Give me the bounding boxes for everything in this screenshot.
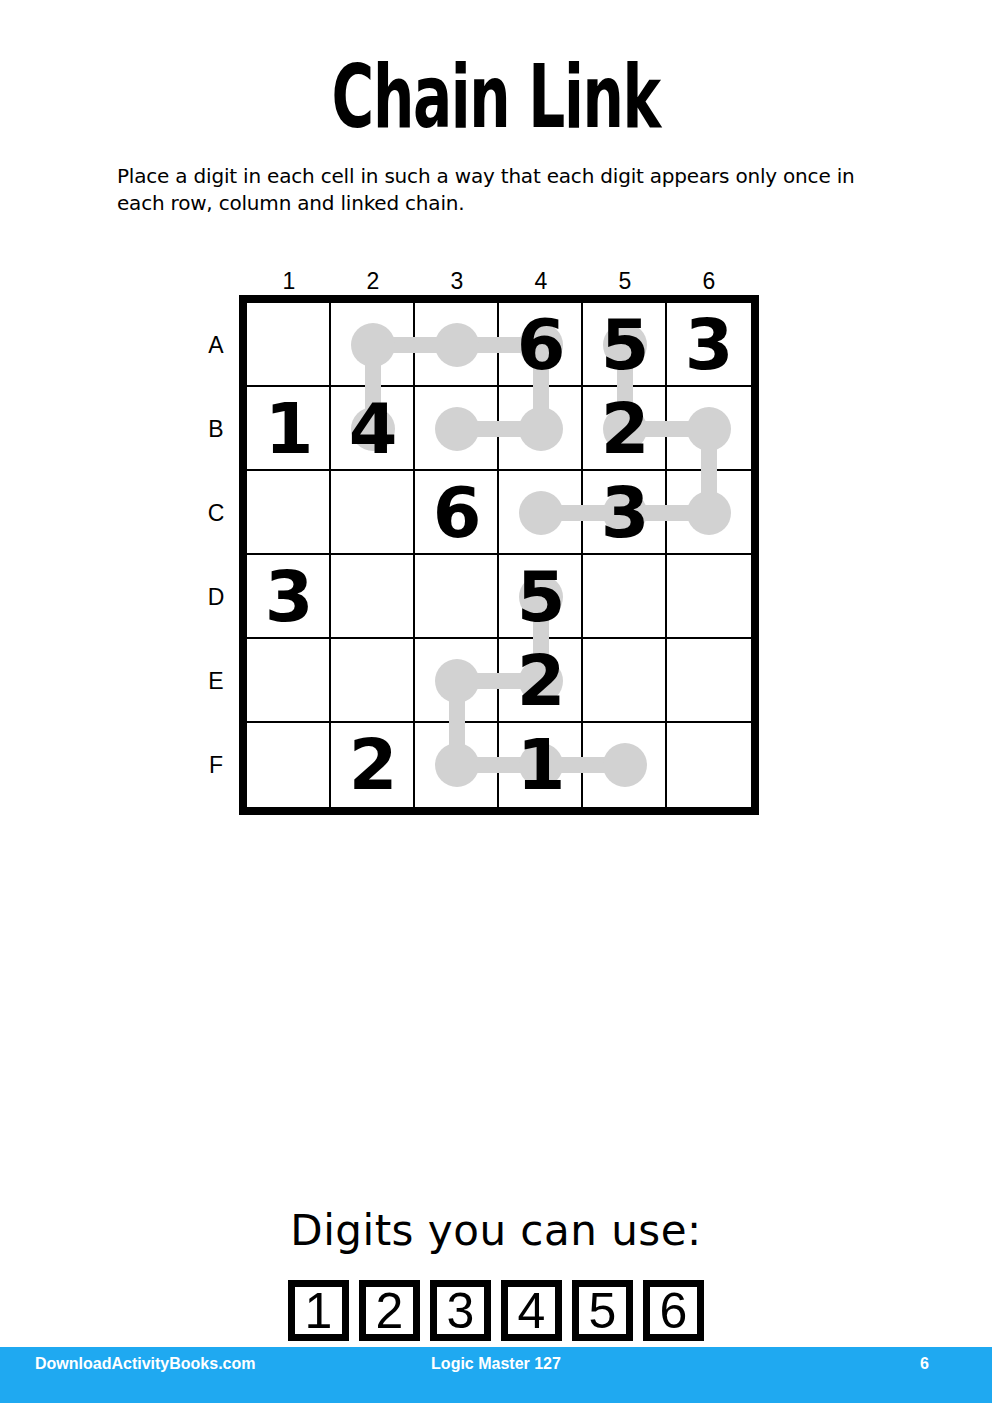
puzzle-page: Chain Link Place a digit in each cell in…	[0, 0, 992, 1403]
digit-box-5: 5	[572, 1280, 633, 1341]
chain-node-E4	[519, 659, 563, 703]
chain-node-B5	[603, 407, 647, 451]
col-label-2: 2	[348, 269, 398, 297]
footer-book-title: Logic Master 127	[0, 1355, 992, 1373]
chain-node-C6	[687, 491, 731, 535]
chain-node-B3	[435, 407, 479, 451]
chain-node-E3	[435, 659, 479, 703]
instructions-line-2: each row, column and linked chain.	[117, 190, 854, 217]
row-label-F: F	[199, 750, 233, 780]
footer-bar: DownloadActivityBooks.com Logic Master 1…	[0, 1347, 992, 1403]
col-label-3: 3	[432, 269, 482, 297]
row-label-D: D	[199, 582, 233, 612]
row-label-A: A	[199, 330, 233, 360]
chain-node-C5	[603, 491, 647, 535]
digit-box-2: 2	[359, 1280, 420, 1341]
chain-node-B6	[687, 407, 731, 451]
chain-node-A5	[603, 323, 647, 367]
digit-box-4: 4	[501, 1280, 562, 1341]
row-label-E: E	[199, 666, 233, 696]
digits-heading: Digits you can use:	[0, 1206, 992, 1255]
page-title: Chain Link	[0, 46, 992, 148]
instructions: Place a digit in each cell in such a way…	[117, 163, 854, 217]
chain-overlay	[239, 295, 759, 815]
chain-node-D4	[519, 575, 563, 619]
chain-node-A2	[351, 323, 395, 367]
col-label-4: 4	[516, 269, 566, 297]
digit-box-6: 6	[643, 1280, 704, 1341]
instructions-line-1: Place a digit in each cell in such a way…	[117, 163, 854, 190]
row-label-C: C	[199, 498, 233, 528]
chain-node-A4	[519, 323, 563, 367]
chain-node-C4	[519, 491, 563, 535]
chain-node-F5	[603, 743, 647, 787]
row-label-B: B	[199, 414, 233, 444]
chain-node-F3	[435, 743, 479, 787]
chain-node-F4	[519, 743, 563, 787]
chain-node-B2	[351, 407, 395, 451]
digit-box-1: 1	[288, 1280, 349, 1341]
digit-box-3: 3	[430, 1280, 491, 1341]
board: 6531426335221 123456ABCDEF	[239, 295, 759, 815]
footer-page-number: 6	[920, 1355, 929, 1373]
digit-boxes: 123456	[0, 1280, 992, 1341]
col-label-5: 5	[600, 269, 650, 297]
chain-node-B4	[519, 407, 563, 451]
col-label-6: 6	[684, 269, 734, 297]
col-label-1: 1	[264, 269, 314, 297]
chain-node-A3	[435, 323, 479, 367]
